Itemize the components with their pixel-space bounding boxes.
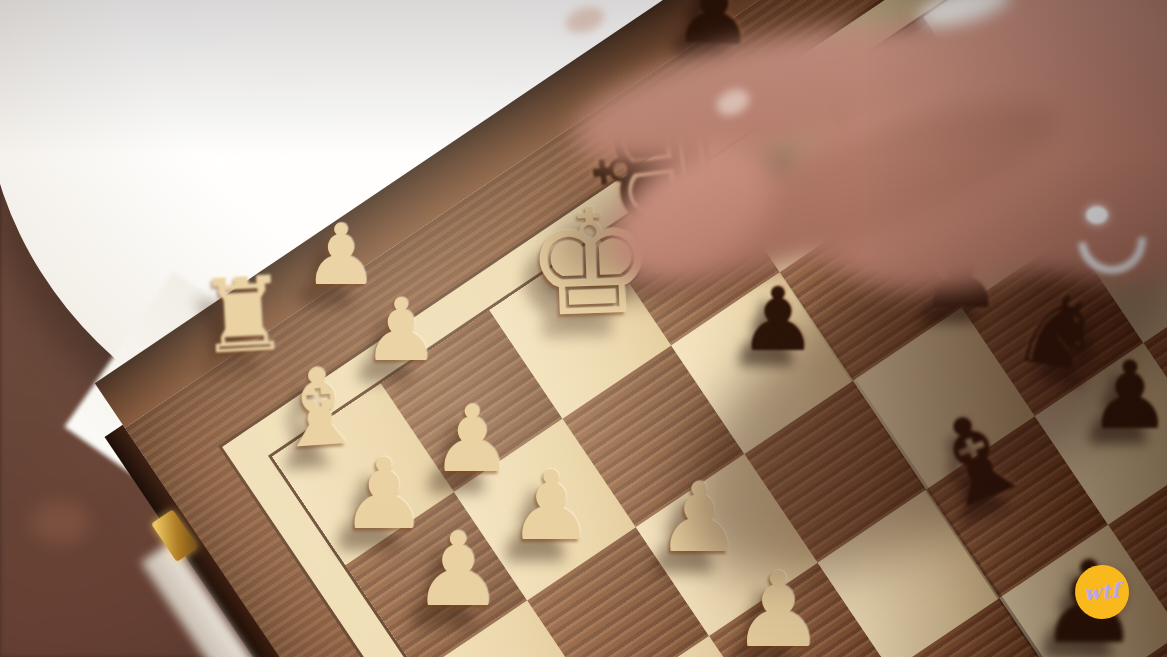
logo-text: wtf — [1083, 578, 1122, 606]
white-pawn-piece[interactable]: ♟ — [412, 519, 503, 621]
black-pawn-piece[interactable]: ♟ — [671, 0, 757, 60]
white-pawn-piece[interactable]: ♟ — [362, 287, 439, 373]
white-pawn-piece[interactable]: ♟ — [431, 394, 513, 486]
white-pawn-piece[interactable]: ♟ — [508, 458, 594, 554]
